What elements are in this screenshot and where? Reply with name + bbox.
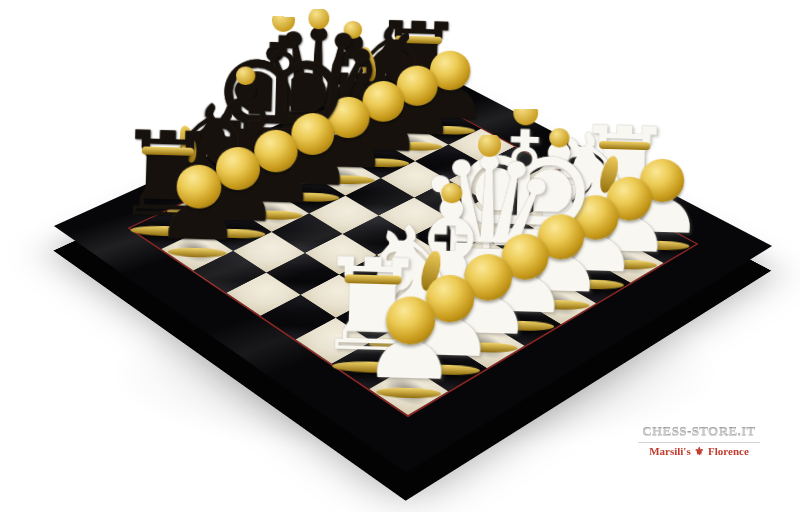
board-frame: ♜♟♜♟♞♟♞♟♝♟♝♟♛♟♚♟♚♟♛♟♝♟♝♟♞♟♞♟♜♟♜♟	[54, 61, 772, 472]
square-h7: ♟	[161, 230, 233, 271]
gold-finial	[344, 21, 362, 39]
watermark-brand-line: Marsili's ⚜ Florence	[638, 445, 760, 458]
watermark: CHESS-STORE.IT Marsili's ⚜ Florence	[638, 424, 760, 458]
square-h1: ♟	[369, 366, 448, 415]
pawn-glyph: ♟	[361, 286, 460, 396]
watermark-brand-right: Florence	[708, 445, 749, 457]
chess-board: ♜♟♜♟♞♟♞♟♝♟♝♟♛♟♚♟♚♟♛♟♝♟♝♟♞♟♞♟♜♟♜♟	[54, 61, 772, 472]
fleur-de-lis-icon: ⚜	[693, 445, 705, 457]
pawn-glyph: ♟	[153, 155, 243, 255]
watermark-brand-left: Marsili's	[649, 445, 691, 457]
watermark-store-name: CHESS-STORE.IT	[638, 424, 760, 443]
product-photo-stage: ♜♟♜♟♞♟♞♟♝♟♝♟♛♟♚♟♚♟♛♟♝♟♝♟♞♟♞♟♜♟♜♟ CHESS-S…	[0, 0, 800, 512]
